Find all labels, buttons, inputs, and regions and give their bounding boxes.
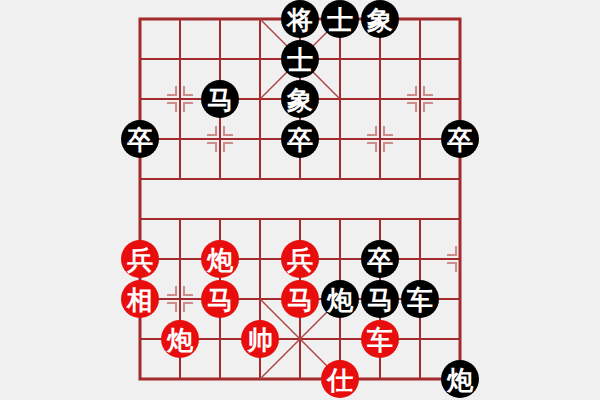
red-horse[interactable]: 马 <box>201 280 239 318</box>
black-horse[interactable]: 马 <box>201 80 239 118</box>
black-chariot[interactable]: 车 <box>401 280 439 318</box>
black-soldier[interactable]: 卒 <box>281 120 319 158</box>
black-soldier[interactable]: 卒 <box>441 120 479 158</box>
black-advisor[interactable]: 士 <box>281 40 319 78</box>
black-horse[interactable]: 马 <box>361 280 399 318</box>
black-cannon[interactable]: 炮 <box>441 360 479 398</box>
black-soldier[interactable]: 卒 <box>361 240 399 278</box>
red-advisor[interactable]: 仕 <box>321 360 359 398</box>
red-elephant[interactable]: 相 <box>121 280 159 318</box>
red-soldier[interactable]: 兵 <box>281 240 319 278</box>
red-soldier[interactable]: 兵 <box>121 240 159 278</box>
black-elephant[interactable]: 象 <box>361 0 399 38</box>
black-cannon[interactable]: 炮 <box>321 280 359 318</box>
red-cannon[interactable]: 炮 <box>161 320 199 358</box>
black-general[interactable]: 将 <box>281 0 319 38</box>
xiangqi-diagram: 将士象士马象卒卒卒兵炮兵卒相马马炮马车炮帅车仕炮 <box>0 0 600 400</box>
black-advisor[interactable]: 士 <box>321 0 359 38</box>
red-general[interactable]: 帅 <box>241 320 279 358</box>
red-horse[interactable]: 马 <box>281 280 319 318</box>
pieces-layer: 将士象士马象卒卒卒兵炮兵卒相马马炮马车炮帅车仕炮 <box>120 0 480 399</box>
black-elephant[interactable]: 象 <box>281 80 319 118</box>
black-soldier[interactable]: 卒 <box>121 120 159 158</box>
red-cannon[interactable]: 炮 <box>201 240 239 278</box>
red-chariot[interactable]: 车 <box>361 320 399 358</box>
